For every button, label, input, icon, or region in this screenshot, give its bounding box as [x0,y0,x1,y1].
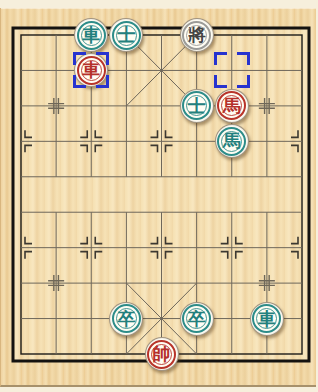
piece-red-horse[interactable]: 馬 [215,89,249,123]
piece-glyph: 帥 [153,345,171,363]
piece-red-general[interactable]: 帥 [145,337,179,371]
piece-glyph: 將 [188,26,206,44]
piece-glyph: 車 [82,61,100,79]
piece-glyph: 車 [82,26,100,44]
piece-ring: 卒 [112,304,141,333]
piece-ring: 將 [182,21,211,50]
piece-glyph: 卒 [117,309,135,327]
piece-ring: 帥 [147,340,176,369]
piece-ring: 馬 [217,127,246,156]
piece-ring: 卒 [182,304,211,333]
piece-black-soldier[interactable]: 卒 [109,302,143,336]
piece-glyph: 車 [258,309,276,327]
piece-ring: 車 [252,304,281,333]
piece-glyph: 士 [188,96,206,114]
piece-ring: 馬 [217,91,246,120]
piece-ring: 士 [182,91,211,120]
piece-glyph: 士 [117,26,135,44]
piece-black-chariot[interactable]: 車 [250,302,284,336]
piece-black-horse[interactable]: 馬 [215,124,249,158]
piece-ring: 士 [112,21,141,50]
piece-glyph: 馬 [223,96,241,114]
piece-ring: 車 [77,56,106,85]
piece-black-general[interactable]: 將 [180,18,214,52]
piece-glyph: 馬 [223,132,241,150]
piece-black-chariot[interactable]: 車 [74,18,108,52]
piece-ring: 車 [77,21,106,50]
piece-black-advisor[interactable]: 士 [180,89,214,123]
piece-black-soldier[interactable]: 卒 [180,302,214,336]
piece-glyph: 卒 [188,309,206,327]
